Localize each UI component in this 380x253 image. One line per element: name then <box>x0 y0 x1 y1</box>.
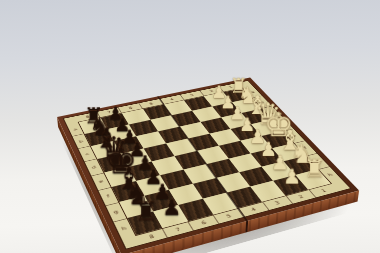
white-pawn[interactable]: ♟ <box>283 166 301 186</box>
chess-board-3d: 87654321 87654321 abcdefgh abcdefgh ♜♟♟♜… <box>57 78 359 253</box>
black-rook[interactable]: ♜ <box>134 199 158 225</box>
hinge-seam-front <box>246 221 249 233</box>
photo-scene: 87654321 87654321 abcdefgh abcdefgh ♜♟♟♜… <box>0 0 380 253</box>
black-pawn[interactable]: ♟ <box>162 197 181 219</box>
white-rook[interactable]: ♜ <box>304 157 326 181</box>
